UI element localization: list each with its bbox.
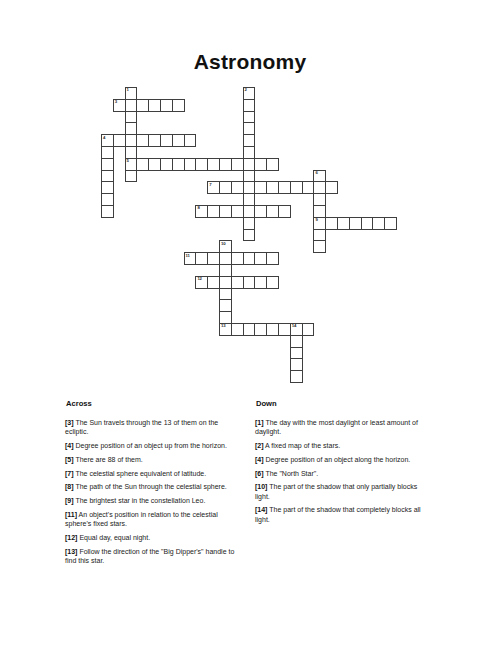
clue-across-12-number: [12] <box>65 534 77 541</box>
clue-across-8: [8] The path of the Sun through the cele… <box>65 482 241 491</box>
clue-number-label-2: 2 <box>245 88 247 92</box>
cell-r24c16[interactable] <box>290 370 303 383</box>
cell-r10c15[interactable] <box>278 205 291 218</box>
clue-down-6-number: [6] <box>255 470 264 477</box>
clue-across-9: [9] The brightest star in the constellat… <box>65 496 241 505</box>
across-clue-list: [3] The Sun travels through the 13 of th… <box>65 418 241 565</box>
clue-down-1: [1] The day with the most daylight or le… <box>255 418 431 436</box>
clue-number-label-5: 5 <box>127 159 129 163</box>
down-header: Down <box>256 399 431 408</box>
clue-down-4-number: [4] <box>255 456 264 463</box>
clue-down-2: [2] A fixed map of the stars. <box>255 441 431 450</box>
cell-r20c17[interactable] <box>302 323 315 336</box>
cell-r1c6[interactable] <box>172 99 185 112</box>
clue-number-label-6: 6 <box>315 171 317 175</box>
clue-number-label-11: 11 <box>186 254 190 258</box>
clue-down-10: [10] The part of the shadow that only pa… <box>255 482 431 500</box>
clue-across-7-number: [7] <box>65 470 74 477</box>
cell-r12c12[interactable] <box>243 229 256 242</box>
down-clues-section: Down [1] The day with the most daylight … <box>255 399 431 528</box>
clue-number-label-13: 13 <box>221 324 225 328</box>
cell-r13c18[interactable] <box>313 240 326 253</box>
down-clue-list: [1] The day with the most daylight or le… <box>255 418 431 524</box>
clue-across-11: [11] An object's position in relation to… <box>65 510 241 528</box>
clue-number-label-14: 14 <box>292 324 296 328</box>
clue-across-3-number: [3] <box>65 419 74 426</box>
clue-number-label-12: 12 <box>197 277 201 281</box>
cell-r8c19[interactable] <box>325 181 338 194</box>
cell-r6c14[interactable] <box>266 158 279 171</box>
cell-r16c14[interactable] <box>266 276 279 289</box>
clue-across-5: [5] There are 88 of them. <box>65 455 241 464</box>
clue-down-6: [6] The "North Star". <box>255 469 431 478</box>
clue-across-7: [7] The celestial sphere equivalent of l… <box>65 469 241 478</box>
clue-across-13-number: [13] <box>65 548 77 555</box>
clue-number-label-1: 1 <box>127 88 129 92</box>
clue-across-13: [13] Follow the direction of the "Big Di… <box>65 547 241 565</box>
cell-r7c2[interactable] <box>125 170 138 183</box>
cell-r4c7[interactable] <box>184 134 197 147</box>
clue-across-12: [12] Equal day, equal night. <box>65 533 241 542</box>
clue-down-4: [4] Degree position of an object along t… <box>255 455 431 464</box>
clue-down-2-number: [2] <box>255 442 264 449</box>
clue-down-14: [14] The part of the shadow that complet… <box>255 505 431 523</box>
clue-down-10-number: [10] <box>255 483 267 490</box>
cell-r10c0[interactable] <box>101 205 114 218</box>
clue-down-1-number: [1] <box>255 419 264 426</box>
clue-number-label-4: 4 <box>103 136 105 140</box>
clue-across-9-number: [9] <box>65 497 74 504</box>
cell-r11c24[interactable] <box>384 217 397 230</box>
clue-across-8-number: [8] <box>65 483 74 490</box>
clue-number-label-8: 8 <box>197 206 199 210</box>
clue-number-label-10: 10 <box>221 242 225 246</box>
clue-across-5-number: [5] <box>65 456 74 463</box>
clue-down-14-number: [14] <box>255 506 267 513</box>
clue-number-label-3: 3 <box>115 100 117 104</box>
clue-number-label-9: 9 <box>315 218 317 222</box>
puzzle-title: Astronomy <box>0 50 500 74</box>
across-header: Across <box>66 399 241 408</box>
clue-across-4: [4] Degree position of an object up from… <box>65 441 241 450</box>
cell-r14c14[interactable] <box>266 252 279 265</box>
clue-across-4-number: [4] <box>65 442 74 449</box>
clue-across-11-number: [11] <box>65 511 77 518</box>
crossword-grid: 1234567891011121314 <box>101 87 397 383</box>
across-clues-section: Across [3] The Sun travels through the 1… <box>65 399 241 570</box>
clue-across-3: [3] The Sun travels through the 13 of th… <box>65 418 241 436</box>
clue-number-label-7: 7 <box>209 183 211 187</box>
